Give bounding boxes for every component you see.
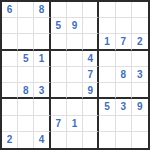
sudoku-cell-r9c6[interactable] <box>83 132 99 148</box>
sudoku-cell-r1c5[interactable] <box>67 2 83 18</box>
sudoku-cell-r2c4[interactable]: 5 <box>51 18 67 34</box>
sudoku-cell-r3c4[interactable] <box>51 34 67 50</box>
sudoku-cell-r8c3[interactable] <box>34 116 50 132</box>
sudoku-cell-r7c3[interactable] <box>34 99 50 115</box>
sudoku-cell-r5c3[interactable] <box>34 67 50 83</box>
sudoku-cell-r3c5[interactable] <box>67 34 83 50</box>
sudoku-cell-r2c1[interactable] <box>2 18 18 34</box>
sudoku-cell-r6c2[interactable]: 8 <box>18 83 34 99</box>
sudoku-cell-r7c1[interactable] <box>2 99 18 115</box>
sudoku-cell-r5c8[interactable]: 8 <box>116 67 132 83</box>
sudoku-cell-r6c9[interactable] <box>132 83 148 99</box>
sudoku-cell-r3c2[interactable] <box>18 34 34 50</box>
sudoku-cell-r3c3[interactable] <box>34 34 50 50</box>
sudoku-cell-r2c9[interactable] <box>132 18 148 34</box>
sudoku-cell-r5c2[interactable] <box>18 67 34 83</box>
sudoku-cell-r7c2[interactable] <box>18 99 34 115</box>
sudoku-cell-r2c7[interactable] <box>99 18 115 34</box>
sudoku-cell-r6c7[interactable] <box>99 83 115 99</box>
sudoku-cell-r8c6[interactable] <box>83 116 99 132</box>
sudoku-cell-r3c8[interactable]: 7 <box>116 34 132 50</box>
sudoku-cell-r7c4[interactable] <box>51 99 67 115</box>
sudoku-cell-r3c6[interactable] <box>83 34 99 50</box>
sudoku-cell-r7c8[interactable]: 3 <box>116 99 132 115</box>
sudoku-cell-r5c6[interactable]: 7 <box>83 67 99 83</box>
sudoku-cell-r1c7[interactable] <box>99 2 115 18</box>
sudoku-cell-r4c4[interactable] <box>51 51 67 67</box>
sudoku-cell-r8c7[interactable] <box>99 116 115 132</box>
sudoku-cell-r2c2[interactable] <box>18 18 34 34</box>
sudoku-cell-r8c1[interactable] <box>2 116 18 132</box>
sudoku-cell-r6c6[interactable]: 9 <box>83 83 99 99</box>
sudoku-cell-r6c1[interactable] <box>2 83 18 99</box>
sudoku-cell-r1c6[interactable] <box>83 2 99 18</box>
sudoku-cell-r6c3[interactable]: 3 <box>34 83 50 99</box>
sudoku-cell-r3c9[interactable]: 2 <box>132 34 148 50</box>
sudoku-cell-r9c2[interactable] <box>18 132 34 148</box>
sudoku-cell-r7c7[interactable]: 5 <box>99 99 115 115</box>
sudoku-cell-r5c4[interactable] <box>51 67 67 83</box>
sudoku-cell-r7c6[interactable] <box>83 99 99 115</box>
sudoku-cell-r3c1[interactable] <box>2 34 18 50</box>
sudoku-cell-r2c6[interactable] <box>83 18 99 34</box>
sudoku-cell-r7c9[interactable]: 9 <box>132 99 148 115</box>
sudoku-cell-r4c2[interactable]: 5 <box>18 51 34 67</box>
sudoku-cell-r6c5[interactable] <box>67 83 83 99</box>
sudoku-cell-r9c7[interactable] <box>99 132 115 148</box>
sudoku-cell-r4c5[interactable] <box>67 51 83 67</box>
sudoku-cell-r1c9[interactable] <box>132 2 148 18</box>
sudoku-cell-r3c7[interactable]: 1 <box>99 34 115 50</box>
sudoku-cell-r5c9[interactable]: 3 <box>132 67 148 83</box>
sudoku-cell-r9c4[interactable] <box>51 132 67 148</box>
sudoku-cell-r1c8[interactable] <box>116 2 132 18</box>
sudoku-cell-r4c3[interactable]: 1 <box>34 51 50 67</box>
sudoku-cell-r8c8[interactable] <box>116 116 132 132</box>
sudoku-cell-r6c8[interactable] <box>116 83 132 99</box>
sudoku-board: 68591725147838395397124 <box>0 0 150 150</box>
sudoku-cell-r4c7[interactable] <box>99 51 115 67</box>
sudoku-cell-r4c6[interactable]: 4 <box>83 51 99 67</box>
sudoku-cell-r2c3[interactable] <box>34 18 50 34</box>
sudoku-cell-r1c4[interactable] <box>51 2 67 18</box>
sudoku-cell-r8c2[interactable] <box>18 116 34 132</box>
sudoku-cell-r4c8[interactable] <box>116 51 132 67</box>
sudoku-cell-r8c9[interactable] <box>132 116 148 132</box>
sudoku-cell-r2c5[interactable]: 9 <box>67 18 83 34</box>
sudoku-cell-r9c3[interactable]: 4 <box>34 132 50 148</box>
sudoku-cell-r9c5[interactable] <box>67 132 83 148</box>
sudoku-cell-r1c3[interactable]: 8 <box>34 2 50 18</box>
sudoku-cell-r1c1[interactable]: 6 <box>2 2 18 18</box>
sudoku-cell-r9c9[interactable] <box>132 132 148 148</box>
sudoku-cell-r5c1[interactable] <box>2 67 18 83</box>
sudoku-cell-r9c1[interactable]: 2 <box>2 132 18 148</box>
sudoku-cell-r5c5[interactable] <box>67 67 83 83</box>
sudoku-cell-r9c8[interactable] <box>116 132 132 148</box>
sudoku-cell-r2c8[interactable] <box>116 18 132 34</box>
sudoku-cell-r1c2[interactable] <box>18 2 34 18</box>
sudoku-cell-r8c4[interactable]: 7 <box>51 116 67 132</box>
sudoku-cell-r6c4[interactable] <box>51 83 67 99</box>
sudoku-app: 68591725147838395397124 <box>0 0 150 150</box>
sudoku-cell-r4c9[interactable] <box>132 51 148 67</box>
sudoku-cell-r4c1[interactable] <box>2 51 18 67</box>
sudoku-cell-r7c5[interactable] <box>67 99 83 115</box>
sudoku-cell-r5c7[interactable] <box>99 67 115 83</box>
sudoku-cell-r8c5[interactable]: 1 <box>67 116 83 132</box>
